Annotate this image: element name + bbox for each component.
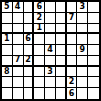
cell-r8c7: 2 xyxy=(67,77,78,88)
cell-r1c7[interactable] xyxy=(67,2,78,13)
cell-r5c8: 9 xyxy=(77,45,88,56)
cell-r8c5[interactable] xyxy=(45,77,56,88)
cell-r3c9[interactable] xyxy=(88,24,99,35)
cell-r4c9[interactable] xyxy=(88,34,99,45)
cell-r9c8[interactable] xyxy=(77,88,88,99)
cell-r4c7[interactable] xyxy=(67,34,78,45)
cell-r6c1[interactable] xyxy=(2,56,13,67)
cell-r3c3[interactable] xyxy=(24,24,35,35)
cell-r9c9[interactable] xyxy=(88,88,99,99)
cell-r1c1: 5 xyxy=(2,2,13,13)
cell-r9c6[interactable] xyxy=(56,88,67,99)
cell-r3c8[interactable] xyxy=(77,24,88,35)
cell-r5c5: 4 xyxy=(45,45,56,56)
cell-r7c9[interactable] xyxy=(88,67,99,78)
cell-r4c4[interactable] xyxy=(34,34,45,45)
cell-r9c7: 6 xyxy=(67,88,78,99)
cell-r2c6[interactable] xyxy=(56,13,67,24)
cell-r9c5[interactable] xyxy=(45,88,56,99)
cell-r9c2[interactable] xyxy=(13,88,24,99)
cell-r7c7[interactable] xyxy=(67,67,78,78)
cell-r2c4: 2 xyxy=(34,13,45,24)
cell-r6c7[interactable] xyxy=(67,56,78,67)
cell-r2c7: 7 xyxy=(67,13,78,24)
cell-r7c1: 8 xyxy=(2,67,13,78)
cell-r7c4[interactable] xyxy=(34,67,45,78)
cell-r4c6[interactable] xyxy=(56,34,67,45)
cell-r4c8[interactable] xyxy=(77,34,88,45)
cell-r7c8[interactable] xyxy=(77,67,88,78)
cell-r8c3[interactable] xyxy=(24,77,35,88)
cell-r3c4: 1 xyxy=(34,24,45,35)
cell-r1c2: 4 xyxy=(13,2,24,13)
cell-r2c8[interactable] xyxy=(77,13,88,24)
cell-r2c3[interactable] xyxy=(24,13,35,24)
cell-r5c7[interactable] xyxy=(67,45,78,56)
cell-r5c3[interactable] xyxy=(24,45,35,56)
cell-r1c4: 6 xyxy=(34,2,45,13)
cell-r8c6[interactable] xyxy=(56,77,67,88)
cell-r6c9[interactable] xyxy=(88,56,99,67)
cell-r3c2[interactable] xyxy=(13,24,24,35)
cell-r8c8[interactable] xyxy=(77,77,88,88)
cell-r7c5: 3 xyxy=(45,67,56,78)
cell-r4c1: 1 xyxy=(2,34,13,45)
cell-r5c9[interactable] xyxy=(88,45,99,56)
cell-r1c6[interactable] xyxy=(56,2,67,13)
cell-r9c3[interactable] xyxy=(24,88,35,99)
cell-r9c1[interactable] xyxy=(2,88,13,99)
cell-r2c5[interactable] xyxy=(45,13,56,24)
cell-r6c4[interactable] xyxy=(34,56,45,67)
cell-r7c2[interactable] xyxy=(13,67,24,78)
cell-r8c2[interactable] xyxy=(13,77,24,88)
cell-r3c1[interactable] xyxy=(2,24,13,35)
cell-r9c4[interactable] xyxy=(34,88,45,99)
cell-r4c2[interactable] xyxy=(13,34,24,45)
cell-r8c4[interactable] xyxy=(34,77,45,88)
sudoku-board: 54632711649728326 xyxy=(0,0,101,101)
cell-r3c6[interactable] xyxy=(56,24,67,35)
cell-r2c9[interactable] xyxy=(88,13,99,24)
cell-r8c1[interactable] xyxy=(2,77,13,88)
cell-r1c5[interactable] xyxy=(45,2,56,13)
cell-r6c3: 2 xyxy=(24,56,35,67)
cell-r7c3[interactable] xyxy=(24,67,35,78)
cell-r8c9[interactable] xyxy=(88,77,99,88)
cell-r2c1[interactable] xyxy=(2,13,13,24)
cell-r3c5[interactable] xyxy=(45,24,56,35)
cell-r1c9[interactable] xyxy=(88,2,99,13)
cell-r5c4[interactable] xyxy=(34,45,45,56)
cell-r6c8[interactable] xyxy=(77,56,88,67)
cell-r5c6[interactable] xyxy=(56,45,67,56)
cell-r2c2[interactable] xyxy=(13,13,24,24)
cell-r6c6[interactable] xyxy=(56,56,67,67)
cell-r3c7[interactable] xyxy=(67,24,78,35)
cell-r1c3[interactable] xyxy=(24,2,35,13)
cell-r4c5[interactable] xyxy=(45,34,56,45)
cell-r5c1[interactable] xyxy=(2,45,13,56)
cell-r7c6[interactable] xyxy=(56,67,67,78)
cell-r5c2[interactable] xyxy=(13,45,24,56)
cell-r1c8: 3 xyxy=(77,2,88,13)
cell-r6c5[interactable] xyxy=(45,56,56,67)
cell-r6c2: 7 xyxy=(13,56,24,67)
cell-r4c3: 6 xyxy=(24,34,35,45)
